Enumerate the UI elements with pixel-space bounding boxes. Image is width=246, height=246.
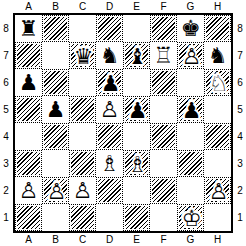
square-h3[interactable] (204, 150, 231, 177)
square-e3[interactable]: ♝♗ (123, 150, 150, 177)
square-c6[interactable] (69, 69, 96, 96)
square-h1[interactable] (204, 204, 231, 231)
square-a5[interactable] (15, 96, 42, 123)
piece-halo: ♞ (96, 42, 123, 69)
white-pawn-piece[interactable]: ♙ (15, 177, 42, 204)
piece-halo: ♝ (124, 151, 151, 178)
file-label-f: F (150, 0, 177, 12)
white-pawn-piece[interactable]: ♙ (69, 177, 96, 204)
square-g2[interactable] (177, 177, 204, 204)
square-d1[interactable] (96, 204, 123, 231)
square-a8[interactable]: ♜♜ (15, 15, 42, 42)
white-king-piece[interactable]: ♔ (178, 205, 205, 232)
rank-label-6: 6 (234, 69, 246, 96)
white-pawn-piece[interactable]: ♙ (96, 96, 123, 123)
square-a4[interactable] (15, 123, 42, 150)
square-b5[interactable]: ♟♟ (42, 96, 69, 123)
square-e7[interactable]: ♝♝ (123, 42, 150, 69)
square-g8[interactable]: ♚♚ (177, 15, 204, 42)
square-e4[interactable] (123, 123, 150, 150)
piece-halo: ♟ (178, 97, 205, 124)
file-label-a: A (15, 233, 42, 246)
square-h4[interactable] (204, 123, 231, 150)
rank-label-2: 2 (0, 177, 12, 204)
piece-halo: ♟ (42, 96, 69, 123)
white-knight-piece[interactable]: ♘ (205, 70, 232, 97)
square-c1[interactable] (69, 204, 96, 231)
piece-halo: ♚ (177, 15, 204, 42)
file-label-e: E (123, 233, 150, 246)
square-f4[interactable] (150, 123, 177, 150)
black-pawn-piece[interactable]: ♟ (42, 96, 69, 123)
rank-label-3: 3 (234, 150, 246, 177)
square-a1[interactable] (15, 204, 42, 231)
file-label-d: D (96, 233, 123, 246)
rank-label-7: 7 (234, 42, 246, 69)
square-f1[interactable] (150, 204, 177, 231)
file-label-h: H (204, 0, 231, 12)
piece-halo: ♟ (15, 69, 42, 96)
black-queen-piece[interactable]: ♛ (70, 43, 97, 70)
black-pawn-piece[interactable]: ♟ (124, 97, 151, 124)
piece-halo: ♟ (96, 96, 123, 123)
rank-label-1: 1 (234, 204, 246, 231)
rank-label-7: 7 (0, 42, 12, 69)
piece-halo: ♟ (43, 178, 70, 205)
black-pawn-piece[interactable]: ♟ (15, 69, 42, 96)
square-d2[interactable] (96, 177, 123, 204)
square-b7[interactable] (42, 42, 69, 69)
square-f3[interactable] (150, 150, 177, 177)
square-d8[interactable] (96, 15, 123, 42)
chess-board: ♜♜♚♚♛♛♞♞♝♝♜♖♟♙♞♞♟♟♟♟♞♘♟♟♟♙♟♟♟♟♝♗♝♗♟♙♟♙♟♙… (13, 13, 233, 233)
square-c3[interactable] (69, 150, 96, 177)
white-bishop-piece[interactable]: ♗ (96, 150, 123, 177)
white-rook-piece[interactable]: ♖ (150, 42, 177, 69)
file-labels-bottom: ABCDEFGH (15, 233, 231, 246)
square-h5[interactable] (204, 96, 231, 123)
square-h8[interactable] (204, 15, 231, 42)
square-f6[interactable] (150, 69, 177, 96)
chess-diagram: ABCDEFGH ABCDEFGH 87654321 87654321 ♜♜♚♚… (0, 0, 246, 246)
square-c2[interactable]: ♟♙ (69, 177, 96, 204)
rank-label-5: 5 (234, 96, 246, 123)
piece-halo: ♛ (70, 43, 97, 70)
square-b1[interactable] (42, 204, 69, 231)
square-b2[interactable]: ♟♙ (42, 177, 69, 204)
black-pawn-piece[interactable]: ♟ (178, 97, 205, 124)
file-label-e: E (123, 0, 150, 12)
square-d5[interactable]: ♟♙ (96, 96, 123, 123)
piece-halo: ♝ (124, 43, 151, 70)
file-label-h: H (204, 233, 231, 246)
rank-label-8: 8 (0, 15, 12, 42)
square-b6[interactable] (42, 69, 69, 96)
rank-label-4: 4 (234, 123, 246, 150)
square-f2[interactable] (150, 177, 177, 204)
square-g5[interactable]: ♟♟ (177, 96, 204, 123)
white-pawn-piece[interactable]: ♙ (205, 178, 232, 205)
square-h2[interactable]: ♟♙ (204, 177, 231, 204)
square-g3[interactable] (177, 150, 204, 177)
file-labels-top: ABCDEFGH (15, 0, 231, 12)
piece-halo: ♜ (150, 42, 177, 69)
square-b3[interactable] (42, 150, 69, 177)
piece-halo: ♟ (69, 177, 96, 204)
piece-halo: ♟ (205, 178, 232, 205)
rank-label-4: 4 (0, 123, 12, 150)
square-e5[interactable]: ♟♟ (123, 96, 150, 123)
square-c5[interactable] (69, 96, 96, 123)
file-label-a: A (15, 0, 42, 12)
square-a2[interactable]: ♟♙ (15, 177, 42, 204)
rank-label-8: 8 (234, 15, 246, 42)
rank-labels-right: 87654321 (234, 15, 246, 231)
piece-halo: ♟ (97, 70, 124, 97)
square-g6[interactable] (177, 69, 204, 96)
piece-halo: ♜ (15, 15, 42, 42)
piece-halo: ♝ (96, 150, 123, 177)
file-label-d: D (96, 0, 123, 12)
white-bishop-piece[interactable]: ♗ (124, 151, 151, 178)
rank-labels-left: 87654321 (0, 15, 12, 231)
square-e1[interactable] (123, 204, 150, 231)
black-rook-piece[interactable]: ♜ (15, 15, 42, 42)
square-g1[interactable]: ♚♔ (177, 204, 204, 231)
black-bishop-piece[interactable]: ♝ (124, 43, 151, 70)
square-d6[interactable]: ♟♟ (96, 69, 123, 96)
square-e2[interactable] (123, 177, 150, 204)
piece-halo: ♟ (124, 97, 151, 124)
square-a7[interactable] (15, 42, 42, 69)
square-f7[interactable]: ♜♖ (150, 42, 177, 69)
square-h6[interactable]: ♞♘ (204, 69, 231, 96)
rank-label-5: 5 (0, 96, 12, 123)
square-e8[interactable] (123, 15, 150, 42)
square-a3[interactable] (15, 150, 42, 177)
file-label-g: G (177, 0, 204, 12)
square-b4[interactable] (42, 123, 69, 150)
rank-label-2: 2 (234, 177, 246, 204)
rank-label-1: 1 (0, 204, 12, 231)
white-pawn-piece[interactable]: ♙ (43, 178, 70, 205)
piece-halo: ♟ (15, 177, 42, 204)
file-label-f: F (150, 233, 177, 246)
black-king-piece[interactable]: ♚ (177, 15, 204, 42)
square-e6[interactable] (123, 69, 150, 96)
file-label-b: B (42, 233, 69, 246)
square-f5[interactable] (150, 96, 177, 123)
square-c8[interactable] (69, 15, 96, 42)
piece-halo: ♚ (178, 205, 205, 232)
square-g7[interactable]: ♟♙ (177, 42, 204, 69)
black-knight-piece[interactable]: ♞ (96, 42, 123, 69)
rank-label-3: 3 (0, 150, 12, 177)
piece-halo: ♟ (178, 43, 205, 70)
black-pawn-piece[interactable]: ♟ (97, 70, 124, 97)
file-label-c: C (69, 0, 96, 12)
square-f8[interactable] (150, 15, 177, 42)
rank-label-6: 6 (0, 69, 12, 96)
square-g4[interactable] (177, 123, 204, 150)
piece-halo: ♞ (205, 70, 232, 97)
square-d3[interactable]: ♝♗ (96, 150, 123, 177)
square-d4[interactable] (96, 123, 123, 150)
square-d7[interactable]: ♞♞ (96, 42, 123, 69)
square-b8[interactable] (42, 15, 69, 42)
file-label-g: G (177, 233, 204, 246)
square-h7[interactable]: ♞♞ (204, 42, 231, 69)
black-knight-piece[interactable]: ♞ (204, 42, 231, 69)
square-c7[interactable]: ♛♛ (69, 42, 96, 69)
square-a6[interactable]: ♟♟ (15, 69, 42, 96)
piece-halo: ♞ (204, 42, 231, 69)
white-pawn-piece[interactable]: ♙ (178, 43, 205, 70)
square-c4[interactable] (69, 123, 96, 150)
file-label-b: B (42, 0, 69, 12)
file-label-c: C (69, 233, 96, 246)
